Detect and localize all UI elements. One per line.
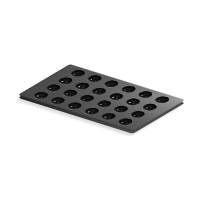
baking-mould-tray xyxy=(18,64,185,131)
product-photo xyxy=(0,0,200,200)
mould-cavity xyxy=(116,117,135,126)
cavity-grid xyxy=(18,64,185,131)
